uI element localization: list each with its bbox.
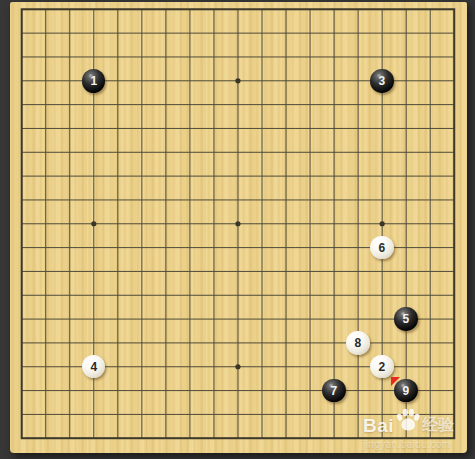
screenshot-stage: 123456789 Bai 经验 j xyxy=(0,0,475,459)
stone-black-3: 3 xyxy=(370,69,394,93)
stone-move-number: 3 xyxy=(379,75,386,87)
baidu-paw-icon xyxy=(395,407,421,437)
stone-black-1: 1 xyxy=(82,69,106,93)
white-stone: 8 xyxy=(346,331,369,354)
watermark-url: jingyan.baidu.com xyxy=(363,439,454,450)
stone-black-9: 9 xyxy=(394,379,418,403)
stone-move-number: 1 xyxy=(90,75,97,87)
white-stone: 6 xyxy=(370,236,393,259)
black-stone: 5 xyxy=(394,307,417,330)
baidu-jingyan-watermark: Bai 经验 jingyan.baidu.com xyxy=(363,409,454,450)
stone-move-number: 2 xyxy=(379,361,386,373)
last-move-marker-icon xyxy=(391,377,400,386)
white-stone: 2 xyxy=(370,355,393,378)
watermark-text-bai: Bai xyxy=(363,415,394,437)
stone-move-number: 4 xyxy=(90,361,97,373)
stone-move-number: 6 xyxy=(379,242,386,254)
stone-move-number: 9 xyxy=(403,385,410,397)
stone-white-4: 4 xyxy=(82,355,106,379)
stone-move-number: 7 xyxy=(331,385,338,397)
watermark-brand-row: Bai 经验 xyxy=(363,409,454,437)
stone-white-6: 6 xyxy=(370,236,394,260)
white-stone: 4 xyxy=(82,355,105,378)
watermark-text-jingyan: 经验 xyxy=(422,415,454,436)
go-board[interactable]: 123456789 Bai 经验 j xyxy=(10,2,467,453)
stone-move-number: 8 xyxy=(355,337,362,349)
stone-white-2: 2 xyxy=(370,355,394,379)
black-stone: 7 xyxy=(322,379,345,402)
stone-white-8: 8 xyxy=(346,331,370,355)
stone-black-5: 5 xyxy=(394,307,418,331)
black-stone: 3 xyxy=(370,69,393,92)
stones-layer: 123456789 xyxy=(10,2,466,450)
stone-black-7: 7 xyxy=(322,379,346,403)
stone-move-number: 5 xyxy=(403,313,410,325)
black-stone: 1 xyxy=(82,69,105,92)
